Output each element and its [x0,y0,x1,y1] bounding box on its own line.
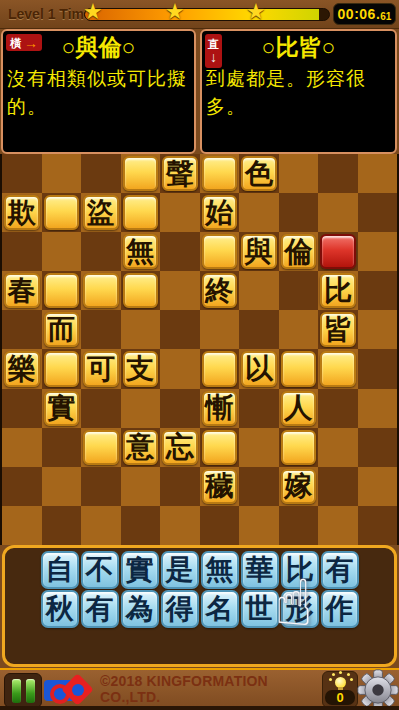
board-cell-r6c3 [121,389,161,428]
board-cell-r6c6 [239,389,279,428]
board-cell-r9c5 [200,506,240,545]
bottom-bar: ©2018 KINGFORMATION CO.,LTD. 0 [0,668,399,710]
board-cell-r0c5 [200,154,240,193]
letter-tile[interactable]: 比 [320,273,356,308]
star-icon: ★ [246,1,266,23]
board-cell-r7c8 [318,428,358,467]
tray-tile[interactable]: 名 [201,590,239,628]
hand-cursor-icon: ☝ [274,568,313,638]
board-cell-r3c0: 春 [2,271,42,310]
board-cell-r0c1 [42,154,82,193]
gear-icon [357,669,399,710]
board-cell-r1c9 [358,193,398,232]
empty-tile[interactable] [202,156,238,191]
letter-tile[interactable]: 嫁 [281,469,317,504]
letter-tile[interactable]: 終 [202,273,238,308]
game-screen: Level 1 Time: ★ ★ ★ 00:06. 61 橫 → ○與倫○ 沒… [0,0,399,710]
board-cell-r5c9 [358,349,398,388]
letter-tray: 自不實是無華比有秋有為得名世形作 [2,545,397,667]
board-cell-r3c6 [239,271,279,310]
board-cell-r6c5: 慚 [200,389,240,428]
letter-tile[interactable]: 實 [44,391,80,426]
empty-tile[interactable] [202,351,238,386]
tray-tile[interactable]: 世 [241,590,279,628]
tray-tile[interactable]: 作 [321,590,359,628]
board-cell-r6c8 [318,389,358,428]
letter-tile[interactable]: 忘 [162,430,198,465]
board-cell-r9c7 [279,506,319,545]
tray-tile[interactable]: 有 [321,551,359,589]
tray-tile[interactable]: 有 [81,590,119,628]
board-cell-r4c8: 皆 [318,310,358,349]
board-cell-r7c4: 忘 [160,428,200,467]
board-cell-r2c7: 倫 [279,232,319,271]
board-cell-r5c1 [42,349,82,388]
board-cell-r0c4: 聲 [160,154,200,193]
board-cell-r8c6 [239,467,279,506]
letter-tile[interactable]: 樂 [4,351,40,386]
empty-tile[interactable] [83,273,119,308]
board-cell-r3c1 [42,271,82,310]
board-cell-r6c2 [81,389,121,428]
board-cell-r9c6 [239,506,279,545]
letter-tile[interactable]: 始 [202,195,238,230]
letter-tile[interactable]: 皆 [320,312,356,347]
across-badge-label: 橫 [10,37,21,49]
top-bar: Level 1 Time: ★ ★ ★ 00:06. 61 [0,0,399,29]
board-cell-r7c5 [200,428,240,467]
board-cell-r0c7 [279,154,319,193]
board-cell-r7c3: 意 [121,428,161,467]
board-cell-r3c9 [358,271,398,310]
board-cell-r7c7 [279,428,319,467]
board-cell-r1c3 [121,193,161,232]
board-cell-r5c2: 可 [81,349,121,388]
board-cell-r3c7 [279,271,319,310]
board-cell-r3c4 [160,271,200,310]
empty-tile[interactable] [202,234,238,269]
board-cell-r4c2 [81,310,121,349]
board-cell-r5c3: 支 [121,349,161,388]
board-cell-r4c3 [121,310,161,349]
board-cell-r8c8 [318,467,358,506]
clue-panel-across: 橫 → ○與倫○ 沒有相類似或可比擬的。 [1,29,196,154]
letter-tile[interactable]: 人 [281,391,317,426]
letter-tile[interactable]: 支 [123,351,159,386]
board-cell-r8c5: 穢 [200,467,240,506]
board-cell-r0c2 [81,154,121,193]
board-cell-r7c1 [42,428,82,467]
down-badge: 直 ↓ [205,34,222,68]
board-cell-r3c5: 終 [200,271,240,310]
board-cell-r4c5 [200,310,240,349]
time-progress-fill [85,9,319,20]
board-cell-r9c2 [81,506,121,545]
letter-tile[interactable]: 可 [83,351,119,386]
board-cell-r1c1 [42,193,82,232]
empty-tile[interactable] [281,351,317,386]
timer-fraction: 61 [380,11,391,22]
down-clue-pattern: ○比皆○ [202,34,395,61]
star-icon: ★ [165,1,185,23]
empty-tile[interactable] [44,195,80,230]
selected-tile[interactable] [320,234,356,269]
board-cell-r4c1: 而 [42,310,82,349]
letter-tile[interactable]: 以 [241,351,277,386]
lightbulb-icon [335,677,346,688]
board-cell-r5c5 [200,349,240,388]
board-cell-r0c8 [318,154,358,193]
board-cell-r8c0 [2,467,42,506]
board-cell-r2c8 [318,232,358,271]
star-icon: ★ [83,1,103,23]
tray-tile[interactable]: 秋 [41,590,79,628]
board-cell-r4c6 [239,310,279,349]
letter-tile[interactable]: 倫 [281,234,317,269]
board-cell-r4c0 [2,310,42,349]
board-cell-r2c6: 與 [239,232,279,271]
board-cell-r9c0 [2,506,42,545]
board-cell-r9c3 [121,506,161,545]
board-cell-r8c1 [42,467,82,506]
board-cell-r9c8 [318,506,358,545]
board-cell-r4c9 [358,310,398,349]
empty-tile[interactable] [281,430,317,465]
tray-tile[interactable]: 無 [201,551,239,589]
clue-panel-down: 直 ↓ ○比皆○ 到處都是。形容很多。 [200,29,397,154]
tray-tile[interactable]: 實 [121,551,159,589]
timer-value: 00:06. [338,6,381,22]
letter-tile[interactable]: 欺 [4,195,40,230]
empty-tile[interactable] [123,156,159,191]
empty-tile[interactable] [202,430,238,465]
board-cell-r5c8 [318,349,358,388]
letter-tile[interactable]: 與 [241,234,277,269]
settings-button[interactable] [357,669,399,710]
board-cell-r7c0 [2,428,42,467]
board-cell-r2c5 [200,232,240,271]
down-arrow-icon: ↓ [210,50,217,64]
pause-icon [12,679,21,703]
board-cell-r0c9 [358,154,398,193]
empty-tile[interactable] [44,351,80,386]
board-cell-r1c5: 始 [200,193,240,232]
hint-button[interactable]: 0 [322,671,358,708]
crossword-board: 聲色欺盜始無與倫春終比而皆樂可支以實慚人意忘穢嫁 [0,154,399,545]
board-cell-r9c1 [42,506,82,545]
board-cell-r4c4 [160,310,200,349]
board-cell-r2c3: 無 [121,232,161,271]
board-cell-r0c6: 色 [239,154,279,193]
letter-tile[interactable]: 聲 [162,156,198,191]
board-cell-r1c0: 欺 [2,193,42,232]
board-cell-r7c2 [81,428,121,467]
pause-button[interactable] [4,673,42,708]
letter-tile[interactable]: 春 [4,273,40,308]
down-clue-text: 到處都是。形容很多。 [206,65,391,121]
board-cell-r6c1: 實 [42,389,82,428]
board-cell-r2c0 [2,232,42,271]
letter-tile[interactable]: 色 [241,156,277,191]
empty-tile[interactable] [44,273,80,308]
board-cell-r9c4 [160,506,200,545]
empty-tile[interactable] [123,273,159,308]
board-cell-r8c3 [121,467,161,506]
board-cell-r1c6 [239,193,279,232]
board-cell-r6c0 [2,389,42,428]
board-cell-r6c7: 人 [279,389,319,428]
pause-icon [26,679,35,703]
board-cell-r6c4 [160,389,200,428]
empty-tile[interactable] [320,351,356,386]
board-cell-r0c0 [2,154,42,193]
tray-tile[interactable]: 自 [41,551,79,589]
board-cell-r5c0: 樂 [2,349,42,388]
board-cell-r1c2: 盜 [81,193,121,232]
board-cell-r5c4 [160,349,200,388]
across-badge: 橫 → [6,34,42,51]
board-cell-r9c9 [358,506,398,545]
letter-tile[interactable]: 而 [44,312,80,347]
board-cell-r5c7 [279,349,319,388]
board-cell-r3c8: 比 [318,271,358,310]
empty-tile[interactable] [83,430,119,465]
time-progress-bar [84,8,330,21]
across-clue-text: 沒有相類似或可比擬的。 [7,65,190,121]
board-cell-r1c7 [279,193,319,232]
letter-tile[interactable]: 慚 [202,391,238,426]
board-cell-r2c9 [358,232,398,271]
board-cell-r2c4 [160,232,200,271]
kingformation-logo [44,674,96,706]
empty-tile[interactable] [123,195,159,230]
board-cell-r2c2 [81,232,121,271]
board-cell-r8c7: 嫁 [279,467,319,506]
tray-tile[interactable]: 是 [161,551,199,589]
board-cell-r1c8 [318,193,358,232]
board-cell-r8c9 [358,467,398,506]
letter-tile[interactable]: 無 [123,234,159,269]
board-cell-r7c9 [358,428,398,467]
tray-tile[interactable]: 華 [241,551,279,589]
board-cell-r4c7 [279,310,319,349]
letter-tile[interactable]: 意 [123,430,159,465]
board-cell-r0c3 [121,154,161,193]
board-cell-r8c4 [160,467,200,506]
board-cell-r1c4 [160,193,200,232]
board-cell-r7c6 [239,428,279,467]
hint-count-badge: 0 [325,690,355,705]
tray-tile[interactable]: 為 [121,590,159,628]
board-cell-r2c1 [42,232,82,271]
letter-tile[interactable]: 穢 [202,469,238,504]
tray-tile[interactable]: 得 [161,590,199,628]
right-arrow-icon: → [24,36,38,50]
board-cell-r5c6: 以 [239,349,279,388]
timer: 00:06. 61 [333,3,396,25]
board-cell-r3c3 [121,271,161,310]
board-cell-r8c2 [81,467,121,506]
tray-tile[interactable]: 不 [81,551,119,589]
letter-tile[interactable]: 盜 [83,195,119,230]
board-cell-r6c9 [358,389,398,428]
copyright-text: ©2018 KINGFORMATION CO.,LTD. [100,670,322,708]
board-cell-r3c2 [81,271,121,310]
